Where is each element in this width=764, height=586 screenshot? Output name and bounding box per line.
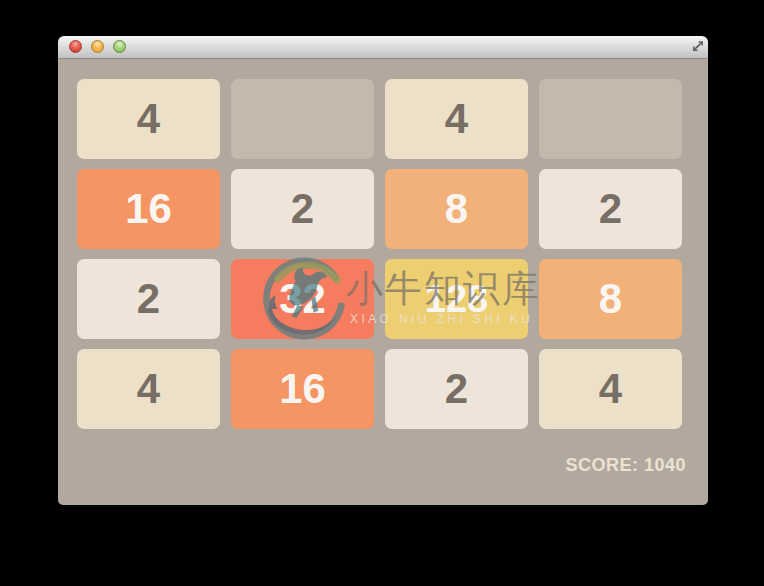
tile-2-r2c2: 2 bbox=[231, 169, 374, 249]
desktop-background: { "game": "2048", "position": "4,_,4,_/1… bbox=[0, 0, 764, 586]
tile-4-r1c3: 4 bbox=[385, 79, 528, 159]
tile-32-r3c2: 32 bbox=[231, 259, 374, 339]
tile-2-r3c1: 2 bbox=[77, 259, 220, 339]
minimize-button[interactable] bbox=[91, 40, 104, 53]
tile-2-r2c4: 2 bbox=[539, 169, 682, 249]
tile-16-r2c1: 16 bbox=[77, 169, 220, 249]
resize-arrows-icon[interactable] bbox=[690, 38, 706, 54]
window-controls bbox=[69, 40, 126, 53]
tile-4-r4c4: 4 bbox=[539, 349, 682, 429]
score-display: SCORE: 1040 bbox=[565, 455, 686, 476]
board-grid: 4416282232128841624 bbox=[77, 79, 682, 429]
close-button[interactable] bbox=[69, 40, 82, 53]
empty-cell-r1c4 bbox=[539, 79, 682, 159]
zoom-button[interactable] bbox=[113, 40, 126, 53]
tile-2-r4c3: 2 bbox=[385, 349, 528, 429]
window-titlebar[interactable] bbox=[58, 36, 708, 59]
tile-8-r2c3: 8 bbox=[385, 169, 528, 249]
tile-16-r4c2: 16 bbox=[231, 349, 374, 429]
empty-cell-r1c2 bbox=[231, 79, 374, 159]
tile-4-r1c1: 4 bbox=[77, 79, 220, 159]
tile-8-r3c4: 8 bbox=[539, 259, 682, 339]
game-area: 4416282232128841624 SCORE: 1040 bbox=[58, 59, 708, 505]
app-window: 4416282232128841624 SCORE: 1040 bbox=[58, 36, 708, 505]
tile-128-r3c3: 128 bbox=[385, 259, 528, 339]
tile-4-r4c1: 4 bbox=[77, 349, 220, 429]
